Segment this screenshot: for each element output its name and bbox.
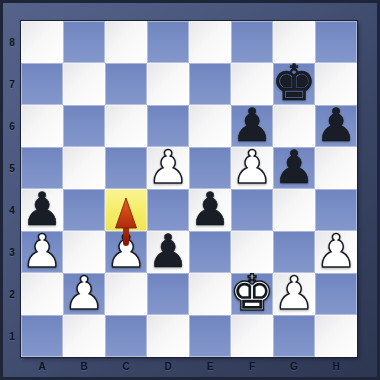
rank-labels: 87654321 [3, 21, 21, 357]
square-b7[interactable] [63, 63, 105, 105]
square-a6[interactable] [21, 105, 63, 147]
square-g7[interactable]: ♚ [273, 63, 315, 105]
square-d3[interactable]: ♟ [147, 231, 189, 273]
white-pawn[interactable]: ♟ [231, 144, 272, 190]
square-h2[interactable] [315, 273, 357, 315]
file-label-c: C [105, 358, 147, 374]
square-b8[interactable] [63, 21, 105, 63]
white-pawn[interactable]: ♟ [147, 144, 188, 190]
square-h3[interactable]: ♟ [315, 231, 357, 273]
black-pawn[interactable]: ♟ [273, 144, 314, 190]
square-f2[interactable]: ♚ [231, 273, 273, 315]
square-c5[interactable] [105, 147, 147, 189]
square-c1[interactable] [105, 315, 147, 357]
square-a2[interactable] [21, 273, 63, 315]
square-e8[interactable] [189, 21, 231, 63]
square-d7[interactable] [147, 63, 189, 105]
square-h6[interactable]: ♟ [315, 105, 357, 147]
square-a1[interactable] [21, 315, 63, 357]
square-f5[interactable]: ♟ [231, 147, 273, 189]
square-c6[interactable] [105, 105, 147, 147]
black-pawn[interactable]: ♟ [315, 102, 356, 148]
black-king[interactable]: ♚ [272, 58, 317, 108]
chess-board-frame: 87654321 ABCDEFGH ♚♟♟♟♟♟♟♟♟♟♟♟♟♚♟ [0, 0, 380, 380]
square-h5[interactable] [315, 147, 357, 189]
rank-label-3: 3 [3, 231, 21, 273]
white-pawn[interactable]: ♟ [315, 228, 356, 274]
square-f8[interactable] [231, 21, 273, 63]
file-label-d: D [147, 358, 189, 374]
black-pawn[interactable]: ♟ [147, 228, 188, 274]
square-h1[interactable] [315, 315, 357, 357]
square-d2[interactable] [147, 273, 189, 315]
white-pawn[interactable]: ♟ [273, 270, 314, 316]
file-labels: ABCDEFGH [21, 358, 357, 374]
white-king[interactable]: ♚ [230, 268, 275, 318]
square-e3[interactable] [189, 231, 231, 273]
white-pawn[interactable]: ♟ [63, 270, 104, 316]
square-g1[interactable] [273, 315, 315, 357]
file-label-h: H [315, 358, 357, 374]
square-f1[interactable] [231, 315, 273, 357]
rank-label-6: 6 [3, 105, 21, 147]
square-b2[interactable]: ♟ [63, 273, 105, 315]
square-f4[interactable] [231, 189, 273, 231]
square-g2[interactable]: ♟ [273, 273, 315, 315]
file-label-a: A [21, 358, 63, 374]
square-e1[interactable] [189, 315, 231, 357]
rank-label-5: 5 [3, 147, 21, 189]
square-d1[interactable] [147, 315, 189, 357]
square-b1[interactable] [63, 315, 105, 357]
file-label-b: B [63, 358, 105, 374]
square-h8[interactable] [315, 21, 357, 63]
rank-label-1: 1 [3, 315, 21, 357]
white-pawn[interactable]: ♟ [105, 228, 146, 274]
square-c2[interactable] [105, 273, 147, 315]
chess-board: ♚♟♟♟♟♟♟♟♟♟♟♟♟♚♟ [21, 21, 357, 357]
rank-label-2: 2 [3, 273, 21, 315]
square-d8[interactable] [147, 21, 189, 63]
square-e4[interactable]: ♟ [189, 189, 231, 231]
square-b6[interactable] [63, 105, 105, 147]
square-c3[interactable]: ♟ [105, 231, 147, 273]
square-a8[interactable] [21, 21, 63, 63]
rank-label-4: 4 [3, 189, 21, 231]
file-label-f: F [231, 358, 273, 374]
file-label-g: G [273, 358, 315, 374]
white-pawn[interactable]: ♟ [21, 228, 62, 274]
square-b4[interactable] [63, 189, 105, 231]
square-a7[interactable] [21, 63, 63, 105]
square-b5[interactable] [63, 147, 105, 189]
square-e7[interactable] [189, 63, 231, 105]
square-e6[interactable] [189, 105, 231, 147]
square-e2[interactable] [189, 273, 231, 315]
square-c7[interactable] [105, 63, 147, 105]
square-a3[interactable]: ♟ [21, 231, 63, 273]
black-pawn[interactable]: ♟ [189, 186, 230, 232]
square-g4[interactable] [273, 189, 315, 231]
rank-label-7: 7 [3, 63, 21, 105]
rank-label-8: 8 [3, 21, 21, 63]
file-label-e: E [189, 358, 231, 374]
square-c8[interactable] [105, 21, 147, 63]
square-g5[interactable]: ♟ [273, 147, 315, 189]
square-d5[interactable]: ♟ [147, 147, 189, 189]
